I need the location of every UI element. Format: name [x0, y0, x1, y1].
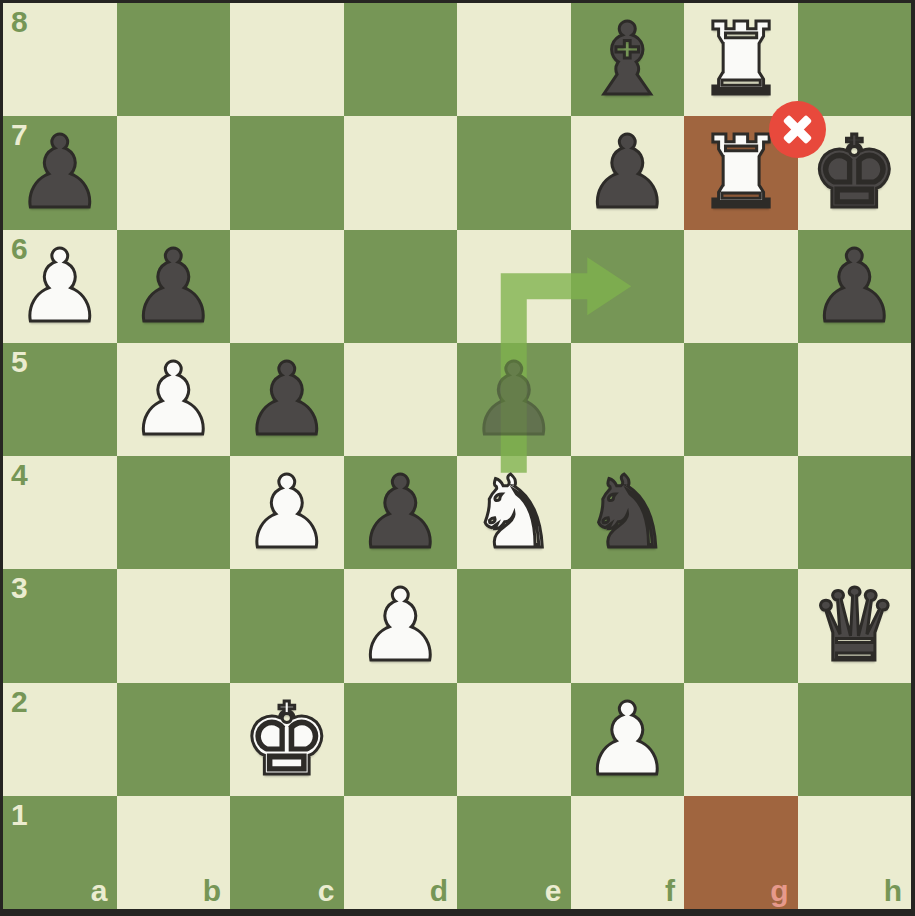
square-f3[interactable] [571, 569, 685, 682]
square-h1[interactable]: h [798, 796, 912, 909]
white-pawn-b5[interactable]: ♟ [117, 343, 231, 456]
square-b3[interactable] [117, 569, 231, 682]
chess-board: 87654321abcdefgh ♝♜♟♟♜♚♟♟♟♟♟♟♟♞♞♟♛♚♟♟ [3, 3, 911, 909]
square-g1[interactable]: g [684, 796, 798, 909]
black-knight-f4[interactable]: ♞ [571, 456, 685, 569]
file-label-b: b [203, 874, 221, 908]
file-label-f: f [665, 874, 675, 908]
white-rook-g8[interactable]: ♜ [684, 3, 798, 116]
square-g4[interactable] [684, 456, 798, 569]
chess-board-container: 87654321abcdefgh ♝♜♟♟♜♚♟♟♟♟♟♟♟♞♞♟♛♚♟♟ [0, 0, 915, 916]
square-a5[interactable]: 5 [3, 343, 117, 456]
square-g5[interactable] [684, 343, 798, 456]
square-g6[interactable] [684, 230, 798, 343]
illegal-move-badge [769, 101, 826, 158]
black-pawn-c5[interactable]: ♟ [230, 343, 344, 456]
square-f5[interactable] [571, 343, 685, 456]
black-pawn-a7[interactable]: ♟ [3, 116, 117, 229]
square-b8[interactable] [117, 3, 231, 116]
square-c1[interactable]: c [230, 796, 344, 909]
ghost-black-pawn-e5: ♟ [457, 343, 571, 456]
file-label-h: h [884, 874, 902, 908]
rank-label-8: 8 [11, 5, 28, 39]
square-e7[interactable] [457, 116, 571, 229]
square-e8[interactable] [457, 3, 571, 116]
square-b4[interactable] [117, 456, 231, 569]
rank-label-5: 5 [11, 345, 28, 379]
square-d5[interactable] [344, 343, 458, 456]
square-e3[interactable] [457, 569, 571, 682]
black-pawn-f7[interactable]: ♟ [571, 116, 685, 229]
rank-label-1: 1 [11, 798, 28, 832]
square-c8[interactable] [230, 3, 344, 116]
square-f6[interactable] [571, 230, 685, 343]
square-b2[interactable] [117, 683, 231, 796]
square-d6[interactable] [344, 230, 458, 343]
file-label-c: c [318, 874, 335, 908]
square-b7[interactable] [117, 116, 231, 229]
square-d8[interactable] [344, 3, 458, 116]
square-c7[interactable] [230, 116, 344, 229]
square-b1[interactable]: b [117, 796, 231, 909]
rank-label-3: 3 [11, 571, 28, 605]
white-pawn-a6[interactable]: ♟ [3, 230, 117, 343]
square-a1[interactable]: 1a [3, 796, 117, 909]
square-e1[interactable]: e [457, 796, 571, 909]
square-h8[interactable] [798, 3, 912, 116]
black-bishop-f8[interactable]: ♝ [571, 3, 685, 116]
rank-label-2: 2 [11, 685, 28, 719]
black-pawn-d4[interactable]: ♟ [344, 456, 458, 569]
white-pawn-d3[interactable]: ♟ [344, 569, 458, 682]
square-e2[interactable] [457, 683, 571, 796]
square-a4[interactable]: 4 [3, 456, 117, 569]
file-label-a: a [91, 874, 108, 908]
black-pawn-b6[interactable]: ♟ [117, 230, 231, 343]
white-pawn-c4[interactable]: ♟ [230, 456, 344, 569]
file-label-g: g [770, 874, 788, 908]
white-king-c2[interactable]: ♚ [230, 683, 344, 796]
rank-label-4: 4 [11, 458, 28, 492]
square-g3[interactable] [684, 569, 798, 682]
square-a2[interactable]: 2 [3, 683, 117, 796]
square-h5[interactable] [798, 343, 912, 456]
square-c6[interactable] [230, 230, 344, 343]
file-label-d: d [430, 874, 448, 908]
square-d7[interactable] [344, 116, 458, 229]
file-label-e: e [545, 874, 562, 908]
square-a8[interactable]: 8 [3, 3, 117, 116]
square-g2[interactable] [684, 683, 798, 796]
square-f1[interactable]: f [571, 796, 685, 909]
square-d2[interactable] [344, 683, 458, 796]
square-h4[interactable] [798, 456, 912, 569]
white-knight-e4[interactable]: ♞ [457, 456, 571, 569]
square-e6[interactable] [457, 230, 571, 343]
black-pawn-h6[interactable]: ♟ [798, 230, 912, 343]
black-queen-h3[interactable]: ♛ [798, 569, 912, 682]
white-pawn-f2[interactable]: ♟ [571, 683, 685, 796]
square-a3[interactable]: 3 [3, 569, 117, 682]
square-d1[interactable]: d [344, 796, 458, 909]
square-h2[interactable] [798, 683, 912, 796]
square-c3[interactable] [230, 569, 344, 682]
